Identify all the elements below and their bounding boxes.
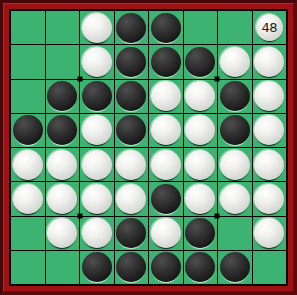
white-disc-d5 xyxy=(116,150,146,180)
white-disc-h5 xyxy=(254,150,284,180)
cell-d2[interactable] xyxy=(115,45,149,78)
white-disc-g5 xyxy=(220,150,250,180)
white-disc-h6 xyxy=(254,184,284,214)
cell-b2[interactable] xyxy=(46,45,80,78)
cell-e7[interactable] xyxy=(149,217,183,250)
cell-e4[interactable] xyxy=(149,114,183,147)
black-disc-e1 xyxy=(151,13,181,43)
white-disc-f5 xyxy=(185,150,215,180)
cell-f4[interactable] xyxy=(184,114,218,147)
cell-d7[interactable] xyxy=(115,217,149,250)
cell-b1[interactable] xyxy=(46,11,80,44)
black-disc-d3 xyxy=(116,81,146,111)
black-disc-f8 xyxy=(185,252,215,282)
cell-a7[interactable] xyxy=(11,217,45,250)
cell-b7[interactable] xyxy=(46,217,80,250)
cell-b5[interactable] xyxy=(46,148,80,181)
cell-h4[interactable] xyxy=(253,114,287,147)
white-disc-h7 xyxy=(254,218,284,248)
board-rim: 48 xyxy=(9,9,288,286)
cell-f5[interactable] xyxy=(184,148,218,181)
cell-e2[interactable] xyxy=(149,45,183,78)
cell-h3[interactable] xyxy=(253,80,287,113)
black-disc-b3 xyxy=(47,81,77,111)
black-disc-f2 xyxy=(185,47,215,77)
black-disc-d4 xyxy=(116,115,146,145)
black-disc-d8 xyxy=(116,252,146,282)
cell-d1[interactable] xyxy=(115,11,149,44)
cell-h6[interactable] xyxy=(253,182,287,215)
black-disc-e2 xyxy=(151,47,181,77)
black-disc-g4 xyxy=(220,115,250,145)
cell-e3[interactable] xyxy=(149,80,183,113)
cell-d4[interactable] xyxy=(115,114,149,147)
white-disc-f6 xyxy=(185,184,215,214)
cell-g4[interactable] xyxy=(218,114,252,147)
cell-c1[interactable] xyxy=(80,11,114,44)
black-disc-c3 xyxy=(82,81,112,111)
cell-g3[interactable] xyxy=(218,80,252,113)
move-number-label: 48 xyxy=(261,21,277,34)
cell-g1[interactable] xyxy=(218,11,252,44)
board-frame: 48 xyxy=(0,0,297,295)
cell-a2[interactable] xyxy=(11,45,45,78)
white-disc-h2 xyxy=(254,47,284,77)
white-disc-e3 xyxy=(151,81,181,111)
white-disc-a5 xyxy=(13,150,43,180)
cell-d8[interactable] xyxy=(115,251,149,284)
white-disc-e5 xyxy=(151,150,181,180)
cell-d5[interactable] xyxy=(115,148,149,181)
star-point-dot xyxy=(77,77,82,82)
white-disc-b5 xyxy=(47,150,77,180)
cell-c6[interactable] xyxy=(80,182,114,215)
black-disc-e6 xyxy=(151,184,181,214)
board-grid: 48 xyxy=(11,11,286,284)
cell-f7[interactable] xyxy=(184,217,218,250)
star-point-dot xyxy=(215,77,220,82)
black-disc-f7 xyxy=(185,218,215,248)
white-disc-c4 xyxy=(82,115,112,145)
cell-e8[interactable] xyxy=(149,251,183,284)
cell-d3[interactable] xyxy=(115,80,149,113)
cell-a5[interactable] xyxy=(11,148,45,181)
cell-c3[interactable] xyxy=(80,80,114,113)
cell-a1[interactable] xyxy=(11,11,45,44)
white-disc-a6 xyxy=(13,184,43,214)
cell-h1[interactable]: 48 xyxy=(253,11,287,44)
cell-a6[interactable] xyxy=(11,182,45,215)
cell-c8[interactable] xyxy=(80,251,114,284)
white-disc-b6 xyxy=(47,184,77,214)
white-disc-f4 xyxy=(185,115,215,145)
cell-e5[interactable] xyxy=(149,148,183,181)
black-disc-c8 xyxy=(82,252,112,282)
white-disc-d6 xyxy=(116,184,146,214)
white-disc-f3 xyxy=(185,81,215,111)
cell-c5[interactable] xyxy=(80,148,114,181)
white-disc-c2 xyxy=(82,47,112,77)
cell-a3[interactable] xyxy=(11,80,45,113)
cell-f3[interactable] xyxy=(184,80,218,113)
white-disc-e7 xyxy=(151,218,181,248)
white-disc-h3 xyxy=(254,81,284,111)
cell-c7[interactable] xyxy=(80,217,114,250)
cell-f6[interactable] xyxy=(184,182,218,215)
white-disc-h4 xyxy=(254,115,284,145)
cell-b3[interactable] xyxy=(46,80,80,113)
cell-h8[interactable] xyxy=(253,251,287,284)
cell-b8[interactable] xyxy=(46,251,80,284)
cell-h2[interactable] xyxy=(253,45,287,78)
white-disc-c7 xyxy=(82,218,112,248)
star-point-dot xyxy=(215,213,220,218)
cell-g8[interactable] xyxy=(218,251,252,284)
cell-f1[interactable] xyxy=(184,11,218,44)
cell-f8[interactable] xyxy=(184,251,218,284)
star-point-dot xyxy=(77,213,82,218)
white-disc-g6 xyxy=(220,184,250,214)
cell-b4[interactable] xyxy=(46,114,80,147)
white-disc-g2 xyxy=(220,47,250,77)
cell-h5[interactable] xyxy=(253,148,287,181)
cell-c4[interactable] xyxy=(80,114,114,147)
white-disc-b7 xyxy=(47,218,77,248)
cell-a8[interactable] xyxy=(11,251,45,284)
black-disc-g3 xyxy=(220,81,250,111)
black-disc-d2 xyxy=(116,47,146,77)
cell-c2[interactable] xyxy=(80,45,114,78)
cell-f2[interactable] xyxy=(184,45,218,78)
black-disc-b4 xyxy=(47,115,77,145)
white-disc-c1 xyxy=(82,13,112,43)
black-disc-g8 xyxy=(220,252,250,282)
cell-a4[interactable] xyxy=(11,114,45,147)
white-disc-e4 xyxy=(151,115,181,145)
black-disc-e8 xyxy=(151,252,181,282)
cell-g2[interactable] xyxy=(218,45,252,78)
cell-e1[interactable] xyxy=(149,11,183,44)
black-disc-d1 xyxy=(116,13,146,43)
black-disc-d7 xyxy=(116,218,146,248)
cell-b6[interactable] xyxy=(46,182,80,215)
cell-g6[interactable] xyxy=(218,182,252,215)
cell-e6[interactable] xyxy=(149,182,183,215)
cell-g5[interactable] xyxy=(218,148,252,181)
white-disc-c5 xyxy=(82,150,112,180)
cell-h7[interactable] xyxy=(253,217,287,250)
white-disc-h1: 48 xyxy=(256,14,283,41)
white-disc-c6 xyxy=(82,184,112,214)
cell-g7[interactable] xyxy=(218,217,252,250)
cell-d6[interactable] xyxy=(115,182,149,215)
black-disc-a4 xyxy=(13,115,43,145)
